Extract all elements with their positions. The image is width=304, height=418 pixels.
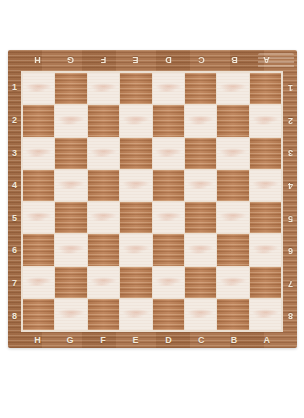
rank-label-left-3: 3 — [8, 136, 21, 169]
square-b8[interactable] — [217, 299, 248, 330]
file-label-bottom-h: H — [21, 333, 54, 347]
square-a1[interactable] — [250, 73, 281, 104]
square-e5[interactable] — [120, 202, 151, 233]
file-label-bottom-c: C — [185, 333, 218, 347]
file-label-top-h: H — [21, 52, 54, 69]
square-f1[interactable] — [88, 73, 119, 104]
square-h1[interactable] — [23, 73, 54, 104]
file-label-top-c: C — [185, 52, 218, 69]
board-grid — [21, 71, 283, 332]
square-f7[interactable] — [88, 267, 119, 298]
square-a2[interactable] — [250, 105, 281, 136]
square-d2[interactable] — [153, 105, 184, 136]
rank-label-right-4: 4 — [284, 169, 297, 202]
file-label-bottom-a: A — [250, 333, 283, 347]
rank-label-right-8: 8 — [284, 299, 297, 332]
square-b7[interactable] — [217, 267, 248, 298]
file-labels-bottom: HGFEDCBA — [21, 333, 283, 347]
square-g3[interactable] — [55, 138, 86, 169]
square-c2[interactable] — [185, 105, 216, 136]
rank-label-right-3: 3 — [284, 136, 297, 169]
rank-label-left-4: 4 — [8, 169, 21, 202]
square-d8[interactable] — [153, 299, 184, 330]
file-label-bottom-g: G — [54, 333, 87, 347]
square-g2[interactable] — [55, 105, 86, 136]
file-label-top-f: F — [87, 52, 120, 69]
rank-label-right-1: 1 — [284, 71, 297, 104]
square-b3[interactable] — [217, 138, 248, 169]
square-h4[interactable] — [23, 170, 54, 201]
square-d3[interactable] — [153, 138, 184, 169]
square-h8[interactable] — [23, 299, 54, 330]
square-c8[interactable] — [185, 299, 216, 330]
chess-board: HGFEDCBA HGFEDCBA 12345678 12345678 — [8, 50, 297, 348]
rank-label-right-6: 6 — [284, 234, 297, 267]
square-c5[interactable] — [185, 202, 216, 233]
square-h3[interactable] — [23, 138, 54, 169]
rank-label-left-6: 6 — [8, 234, 21, 267]
file-labels-top: HGFEDCBA — [21, 52, 283, 69]
square-d5[interactable] — [153, 202, 184, 233]
file-label-bottom-f: F — [87, 333, 120, 347]
rank-label-right-2: 2 — [284, 104, 297, 137]
manufacturer-stamp — [258, 53, 294, 69]
square-c4[interactable] — [185, 170, 216, 201]
square-d1[interactable] — [153, 73, 184, 104]
square-e4[interactable] — [120, 170, 151, 201]
square-f4[interactable] — [88, 170, 119, 201]
file-label-top-g: G — [54, 52, 87, 69]
square-d7[interactable] — [153, 267, 184, 298]
rank-label-left-1: 1 — [8, 71, 21, 104]
square-f8[interactable] — [88, 299, 119, 330]
file-label-top-d: D — [152, 52, 185, 69]
square-h6[interactable] — [23, 234, 54, 265]
square-c3[interactable] — [185, 138, 216, 169]
file-label-bottom-d: D — [152, 333, 185, 347]
square-h7[interactable] — [23, 267, 54, 298]
square-f2[interactable] — [88, 105, 119, 136]
square-g8[interactable] — [55, 299, 86, 330]
square-d6[interactable] — [153, 234, 184, 265]
square-g6[interactable] — [55, 234, 86, 265]
file-label-top-b: B — [218, 52, 251, 69]
rank-labels-right: 12345678 — [284, 71, 297, 332]
rank-label-left-2: 2 — [8, 104, 21, 137]
square-h5[interactable] — [23, 202, 54, 233]
file-label-bottom-e: E — [119, 333, 152, 347]
square-e3[interactable] — [120, 138, 151, 169]
square-e8[interactable] — [120, 299, 151, 330]
square-g4[interactable] — [55, 170, 86, 201]
square-c7[interactable] — [185, 267, 216, 298]
square-d4[interactable] — [153, 170, 184, 201]
square-a8[interactable] — [250, 299, 281, 330]
square-b6[interactable] — [217, 234, 248, 265]
square-f3[interactable] — [88, 138, 119, 169]
file-label-bottom-b: B — [218, 333, 251, 347]
rank-labels-left: 12345678 — [8, 71, 21, 332]
square-a6[interactable] — [250, 234, 281, 265]
square-e2[interactable] — [120, 105, 151, 136]
square-g1[interactable] — [55, 73, 86, 104]
square-g5[interactable] — [55, 202, 86, 233]
square-a3[interactable] — [250, 138, 281, 169]
square-e6[interactable] — [120, 234, 151, 265]
photo-background: HGFEDCBA HGFEDCBA 12345678 12345678 — [0, 0, 304, 418]
square-g7[interactable] — [55, 267, 86, 298]
square-h2[interactable] — [23, 105, 54, 136]
square-a7[interactable] — [250, 267, 281, 298]
square-b4[interactable] — [217, 170, 248, 201]
square-f5[interactable] — [88, 202, 119, 233]
square-b5[interactable] — [217, 202, 248, 233]
rank-label-right-7: 7 — [284, 267, 297, 300]
square-e1[interactable] — [120, 73, 151, 104]
square-c1[interactable] — [185, 73, 216, 104]
square-b1[interactable] — [217, 73, 248, 104]
rank-label-right-5: 5 — [284, 202, 297, 235]
rank-label-left-8: 8 — [8, 299, 21, 332]
square-e7[interactable] — [120, 267, 151, 298]
rank-label-left-7: 7 — [8, 267, 21, 300]
file-label-top-e: E — [119, 52, 152, 69]
square-c6[interactable] — [185, 234, 216, 265]
square-a4[interactable] — [250, 170, 281, 201]
square-f6[interactable] — [88, 234, 119, 265]
square-b2[interactable] — [217, 105, 248, 136]
rank-label-left-5: 5 — [8, 202, 21, 235]
square-a5[interactable] — [250, 202, 281, 233]
